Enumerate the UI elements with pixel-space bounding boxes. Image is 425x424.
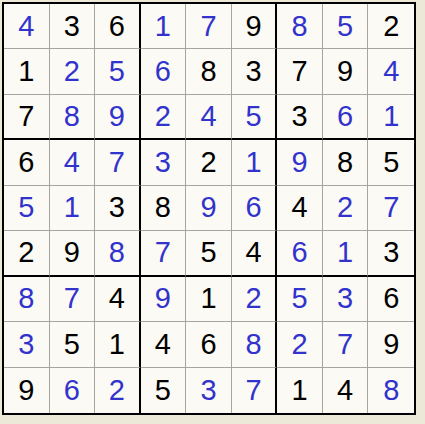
cell-r1c5[interactable]: 7	[186, 4, 232, 49]
cell-r2c9[interactable]: 4	[368, 49, 414, 94]
cell-r3c8[interactable]: 6	[323, 95, 369, 140]
cell-r9c9[interactable]: 8	[368, 368, 414, 413]
cell-r5c6[interactable]: 6	[232, 186, 278, 231]
cell-r2c4[interactable]: 6	[141, 49, 187, 94]
cell-r3c7[interactable]: 3	[277, 95, 323, 140]
cell-r9c3[interactable]: 2	[95, 368, 141, 413]
cell-r8c9[interactable]: 9	[368, 322, 414, 367]
cell-r8c8[interactable]: 7	[323, 322, 369, 367]
cell-r3c9[interactable]: 1	[368, 95, 414, 140]
cell-r1c1[interactable]: 4	[4, 4, 50, 49]
cell-r6c8[interactable]: 1	[323, 231, 369, 276]
cell-r8c7[interactable]: 2	[277, 322, 323, 367]
cell-r9c1[interactable]: 9	[4, 368, 50, 413]
cell-r1c3[interactable]: 6	[95, 4, 141, 49]
cell-r9c7[interactable]: 1	[277, 368, 323, 413]
cell-r8c1[interactable]: 3	[4, 322, 50, 367]
cell-r5c2[interactable]: 1	[50, 186, 96, 231]
cell-r1c8[interactable]: 5	[323, 4, 369, 49]
cell-r1c4[interactable]: 1	[141, 4, 187, 49]
cell-r4c4[interactable]: 3	[141, 140, 187, 185]
cell-r8c6[interactable]: 8	[232, 322, 278, 367]
cell-r3c3[interactable]: 9	[95, 95, 141, 140]
cell-r3c2[interactable]: 8	[50, 95, 96, 140]
cell-r3c6[interactable]: 5	[232, 95, 278, 140]
cell-r4c3[interactable]: 7	[95, 140, 141, 185]
cell-r8c2[interactable]: 5	[50, 322, 96, 367]
cell-r4c8[interactable]: 8	[323, 140, 369, 185]
cell-r7c4[interactable]: 9	[141, 277, 187, 322]
cell-r3c5[interactable]: 4	[186, 95, 232, 140]
cell-r7c2[interactable]: 7	[50, 277, 96, 322]
cell-r6c2[interactable]: 9	[50, 231, 96, 276]
cell-r7c8[interactable]: 3	[323, 277, 369, 322]
cell-r2c2[interactable]: 2	[50, 49, 96, 94]
cell-r2c8[interactable]: 9	[323, 49, 369, 94]
cell-r5c4[interactable]: 8	[141, 186, 187, 231]
cell-r4c7[interactable]: 9	[277, 140, 323, 185]
cell-r6c3[interactable]: 8	[95, 231, 141, 276]
cell-r7c3[interactable]: 4	[95, 277, 141, 322]
cell-r8c3[interactable]: 1	[95, 322, 141, 367]
cell-r8c5[interactable]: 6	[186, 322, 232, 367]
cell-r7c1[interactable]: 8	[4, 277, 50, 322]
cell-r3c1[interactable]: 7	[4, 95, 50, 140]
cell-r9c2[interactable]: 6	[50, 368, 96, 413]
cell-r7c6[interactable]: 2	[232, 277, 278, 322]
cell-r4c2[interactable]: 4	[50, 140, 96, 185]
cell-r6c4[interactable]: 7	[141, 231, 187, 276]
sudoku-board: 4361798521256837947892453616473219855138…	[2, 2, 416, 415]
cell-r5c3[interactable]: 3	[95, 186, 141, 231]
cell-r7c7[interactable]: 5	[277, 277, 323, 322]
cell-r6c6[interactable]: 4	[232, 231, 278, 276]
cell-r6c9[interactable]: 3	[368, 231, 414, 276]
cell-r2c1[interactable]: 1	[4, 49, 50, 94]
cell-r1c6[interactable]: 9	[232, 4, 278, 49]
cell-r4c5[interactable]: 2	[186, 140, 232, 185]
cell-r1c7[interactable]: 8	[277, 4, 323, 49]
cell-r2c7[interactable]: 7	[277, 49, 323, 94]
cell-r1c9[interactable]: 2	[368, 4, 414, 49]
cell-r9c6[interactable]: 7	[232, 368, 278, 413]
page: 4361798521256837947892453616473219855138…	[0, 0, 425, 424]
cell-r6c7[interactable]: 6	[277, 231, 323, 276]
cell-r9c8[interactable]: 4	[323, 368, 369, 413]
cell-r5c1[interactable]: 5	[4, 186, 50, 231]
cell-r5c8[interactable]: 2	[323, 186, 369, 231]
cell-r5c9[interactable]: 7	[368, 186, 414, 231]
cell-r4c1[interactable]: 6	[4, 140, 50, 185]
cell-r5c7[interactable]: 4	[277, 186, 323, 231]
cell-r8c4[interactable]: 4	[141, 322, 187, 367]
cell-r9c5[interactable]: 3	[186, 368, 232, 413]
cell-r4c9[interactable]: 5	[368, 140, 414, 185]
cell-r7c5[interactable]: 1	[186, 277, 232, 322]
cell-r9c4[interactable]: 5	[141, 368, 187, 413]
cell-r2c3[interactable]: 5	[95, 49, 141, 94]
cell-r5c5[interactable]: 9	[186, 186, 232, 231]
cell-r6c1[interactable]: 2	[4, 231, 50, 276]
cell-r6c5[interactable]: 5	[186, 231, 232, 276]
cell-r4c6[interactable]: 1	[232, 140, 278, 185]
cell-r1c2[interactable]: 3	[50, 4, 96, 49]
cell-r2c5[interactable]: 8	[186, 49, 232, 94]
cell-r2c6[interactable]: 3	[232, 49, 278, 94]
cell-r3c4[interactable]: 2	[141, 95, 187, 140]
cell-r7c9[interactable]: 6	[368, 277, 414, 322]
